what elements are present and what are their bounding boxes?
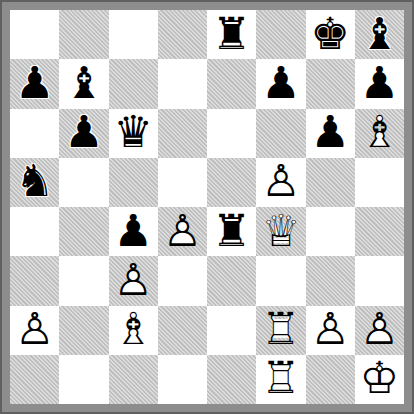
square-h2[interactable]: ♟♙ — [355, 306, 404, 355]
square-b7[interactable]: ♝ — [59, 59, 108, 108]
square-b5[interactable] — [59, 158, 108, 207]
square-h7[interactable]: ♟ — [355, 59, 404, 108]
square-c6[interactable]: ♛ — [109, 109, 158, 158]
square-d6[interactable] — [158, 109, 207, 158]
piece-black-pawn[interactable]: ♟ — [10, 59, 59, 108]
square-f8[interactable] — [256, 10, 305, 59]
square-h1[interactable]: ♚♔ — [355, 355, 404, 404]
square-d5[interactable] — [158, 158, 207, 207]
square-g6[interactable]: ♟ — [306, 109, 355, 158]
square-g8[interactable]: ♚ — [306, 10, 355, 59]
square-d4[interactable]: ♟♙ — [158, 207, 207, 256]
square-d8[interactable] — [158, 10, 207, 59]
square-a2[interactable]: ♟♙ — [10, 306, 59, 355]
square-b2[interactable] — [59, 306, 108, 355]
chess-board: ♜♚♝♟♝♟♟♟♛♟♝♗♞♟♙♟♟♙♜♛♕♟♙♟♙♝♗♜♖♟♙♟♙♜♖♚♔ — [10, 10, 404, 404]
square-h3[interactable] — [355, 256, 404, 305]
piece-black-pawn[interactable]: ♟ — [59, 109, 108, 158]
square-a1[interactable] — [10, 355, 59, 404]
square-f1[interactable]: ♜♖ — [256, 355, 305, 404]
square-a4[interactable] — [10, 207, 59, 256]
square-f6[interactable] — [256, 109, 305, 158]
square-h5[interactable] — [355, 158, 404, 207]
square-f2[interactable]: ♜♖ — [256, 306, 305, 355]
piece-white-pawn[interactable]: ♟♙ — [10, 306, 59, 355]
board-frame: ♜♚♝♟♝♟♟♟♛♟♝♗♞♟♙♟♟♙♜♛♕♟♙♟♙♝♗♜♖♟♙♟♙♜♖♚♔ — [0, 0, 414, 414]
piece-white-rook[interactable]: ♜♖ — [256, 306, 305, 355]
square-a6[interactable] — [10, 109, 59, 158]
piece-black-pawn[interactable]: ♟ — [306, 109, 355, 158]
square-c3[interactable]: ♟♙ — [109, 256, 158, 305]
piece-white-pawn[interactable]: ♟♙ — [256, 158, 305, 207]
square-e8[interactable]: ♜ — [207, 10, 256, 59]
square-d2[interactable] — [158, 306, 207, 355]
piece-white-pawn[interactable]: ♟♙ — [306, 306, 355, 355]
square-b6[interactable]: ♟ — [59, 109, 108, 158]
square-c7[interactable] — [109, 59, 158, 108]
square-g2[interactable]: ♟♙ — [306, 306, 355, 355]
piece-white-pawn[interactable]: ♟♙ — [355, 306, 404, 355]
piece-white-bishop[interactable]: ♝♗ — [109, 306, 158, 355]
piece-white-pawn[interactable]: ♟♙ — [109, 256, 158, 305]
square-e7[interactable] — [207, 59, 256, 108]
piece-black-queen[interactable]: ♛ — [109, 109, 158, 158]
square-f3[interactable] — [256, 256, 305, 305]
square-e3[interactable] — [207, 256, 256, 305]
square-f7[interactable]: ♟ — [256, 59, 305, 108]
square-d7[interactable] — [158, 59, 207, 108]
square-f5[interactable]: ♟♙ — [256, 158, 305, 207]
square-g7[interactable] — [306, 59, 355, 108]
square-g3[interactable] — [306, 256, 355, 305]
square-d3[interactable] — [158, 256, 207, 305]
square-a5[interactable]: ♞ — [10, 158, 59, 207]
piece-black-bishop[interactable]: ♝ — [355, 10, 404, 59]
square-g4[interactable] — [306, 207, 355, 256]
piece-black-rook[interactable]: ♜ — [207, 10, 256, 59]
square-d1[interactable] — [158, 355, 207, 404]
square-c2[interactable]: ♝♗ — [109, 306, 158, 355]
square-h4[interactable] — [355, 207, 404, 256]
piece-black-bishop[interactable]: ♝ — [59, 59, 108, 108]
square-b4[interactable] — [59, 207, 108, 256]
square-h8[interactable]: ♝ — [355, 10, 404, 59]
square-b8[interactable] — [59, 10, 108, 59]
square-a7[interactable]: ♟ — [10, 59, 59, 108]
square-a3[interactable] — [10, 256, 59, 305]
piece-black-king[interactable]: ♚ — [306, 10, 355, 59]
piece-white-king[interactable]: ♚♔ — [355, 355, 404, 404]
piece-black-pawn[interactable]: ♟ — [355, 59, 404, 108]
square-e4[interactable]: ♜ — [207, 207, 256, 256]
piece-white-rook[interactable]: ♜♖ — [256, 355, 305, 404]
piece-white-bishop[interactable]: ♝♗ — [355, 109, 404, 158]
square-h6[interactable]: ♝♗ — [355, 109, 404, 158]
square-c4[interactable]: ♟ — [109, 207, 158, 256]
square-e5[interactable] — [207, 158, 256, 207]
piece-black-pawn[interactable]: ♟ — [109, 207, 158, 256]
square-b3[interactable] — [59, 256, 108, 305]
square-e1[interactable] — [207, 355, 256, 404]
square-c1[interactable] — [109, 355, 158, 404]
piece-black-pawn[interactable]: ♟ — [256, 59, 305, 108]
square-g1[interactable] — [306, 355, 355, 404]
square-e2[interactable] — [207, 306, 256, 355]
square-g5[interactable] — [306, 158, 355, 207]
piece-white-queen[interactable]: ♛♕ — [256, 207, 305, 256]
square-e6[interactable] — [207, 109, 256, 158]
square-a8[interactable] — [10, 10, 59, 59]
square-c8[interactable] — [109, 10, 158, 59]
square-c5[interactable] — [109, 158, 158, 207]
square-f4[interactable]: ♛♕ — [256, 207, 305, 256]
piece-black-knight[interactable]: ♞ — [10, 158, 59, 207]
square-b1[interactable] — [59, 355, 108, 404]
piece-black-rook[interactable]: ♜ — [207, 207, 256, 256]
piece-white-pawn[interactable]: ♟♙ — [158, 207, 207, 256]
